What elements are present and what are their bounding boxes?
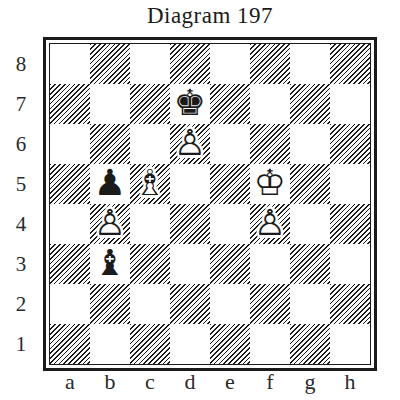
square-c4 [130, 204, 170, 244]
piece-glyph: ♝ [94, 245, 126, 281]
square-b6 [90, 124, 130, 164]
square-a1 [50, 324, 90, 364]
piece-white-bishop: ♝♗ [130, 164, 170, 204]
square-f1 [250, 324, 290, 364]
square-e3 [210, 244, 250, 284]
piece-glyph: ♔ [254, 165, 286, 201]
square-d8 [170, 44, 210, 84]
piece-black-king: ♚♚ [170, 84, 210, 124]
square-a8 [50, 44, 90, 84]
square-b8 [90, 44, 130, 84]
square-e2 [210, 284, 250, 324]
square-f7 [250, 84, 290, 124]
square-h8 [330, 44, 370, 84]
square-a6 [50, 124, 90, 164]
piece-glyph: ♙ [94, 205, 126, 241]
square-e8 [210, 44, 250, 84]
square-d5 [170, 164, 210, 204]
square-e6 [210, 124, 250, 164]
file-label-g: g [290, 368, 330, 396]
rank-labels: 87654321 [8, 44, 34, 364]
square-h3 [330, 244, 370, 284]
square-d6: ♟♙ [170, 124, 210, 164]
square-b2 [90, 284, 130, 324]
square-h2 [330, 284, 370, 324]
square-f8 [250, 44, 290, 84]
piece-white-pawn: ♟♙ [90, 204, 130, 244]
rank-label-4: 4 [8, 204, 34, 244]
square-g5 [290, 164, 330, 204]
square-a2 [50, 284, 90, 324]
rank-label-3: 3 [8, 244, 34, 284]
file-label-c: c [130, 368, 170, 396]
square-c8 [130, 44, 170, 84]
piece-white-king: ♚♔ [250, 164, 290, 204]
square-d2 [170, 284, 210, 324]
rank-label-2: 2 [8, 284, 34, 324]
square-g1 [290, 324, 330, 364]
piece-glyph: ♗ [134, 165, 166, 201]
square-f2 [250, 284, 290, 324]
square-d7: ♚♚ [170, 84, 210, 124]
board-grid: ♚♚♟♙♟♟♝♗♚♔♟♙♟♙♝♝ [49, 43, 371, 365]
piece-white-pawn: ♟♙ [250, 204, 290, 244]
file-label-d: d [170, 368, 210, 396]
square-d1 [170, 324, 210, 364]
square-c2 [130, 284, 170, 324]
file-label-b: b [90, 368, 130, 396]
square-c1 [130, 324, 170, 364]
file-label-e: e [210, 368, 250, 396]
square-g3 [290, 244, 330, 284]
square-c3 [130, 244, 170, 284]
rank-label-6: 6 [8, 124, 34, 164]
rank-label-5: 5 [8, 164, 34, 204]
square-b4: ♟♙ [90, 204, 130, 244]
rank-label-8: 8 [8, 44, 34, 84]
square-f3 [250, 244, 290, 284]
file-label-f: f [250, 368, 290, 396]
file-labels: abcdefgh [50, 368, 370, 396]
square-a7 [50, 84, 90, 124]
chess-board: ♚♚♟♙♟♟♝♗♚♔♟♙♟♙♝♝ [43, 37, 377, 371]
square-d4 [170, 204, 210, 244]
piece-black-pawn: ♟♟ [90, 164, 130, 204]
square-b3: ♝♝ [90, 244, 130, 284]
square-c5: ♝♗ [130, 164, 170, 204]
rank-label-1: 1 [8, 324, 34, 364]
square-h6 [330, 124, 370, 164]
square-b5: ♟♟ [90, 164, 130, 204]
square-e1 [210, 324, 250, 364]
diagram-title: Diagram 197 [43, 0, 377, 34]
square-h4 [330, 204, 370, 244]
square-d3 [170, 244, 210, 284]
square-g7 [290, 84, 330, 124]
square-c6 [130, 124, 170, 164]
square-h7 [330, 84, 370, 124]
square-h1 [330, 324, 370, 364]
square-h5 [330, 164, 370, 204]
square-f4: ♟♙ [250, 204, 290, 244]
square-c7 [130, 84, 170, 124]
square-a4 [50, 204, 90, 244]
square-g8 [290, 44, 330, 84]
square-g2 [290, 284, 330, 324]
square-b7 [90, 84, 130, 124]
file-label-a: a [50, 368, 90, 396]
piece-black-bishop: ♝♝ [90, 244, 130, 284]
square-g4 [290, 204, 330, 244]
square-g6 [290, 124, 330, 164]
piece-glyph: ♙ [174, 125, 206, 161]
rank-label-7: 7 [8, 84, 34, 124]
square-f5: ♚♔ [250, 164, 290, 204]
square-b1 [90, 324, 130, 364]
piece-white-pawn: ♟♙ [170, 124, 210, 164]
square-a5 [50, 164, 90, 204]
square-e7 [210, 84, 250, 124]
square-e4 [210, 204, 250, 244]
square-e5 [210, 164, 250, 204]
piece-glyph: ♚ [174, 85, 206, 121]
file-label-h: h [330, 368, 370, 396]
square-f6 [250, 124, 290, 164]
piece-glyph: ♟ [94, 165, 126, 201]
square-a3 [50, 244, 90, 284]
piece-glyph: ♙ [254, 205, 286, 241]
